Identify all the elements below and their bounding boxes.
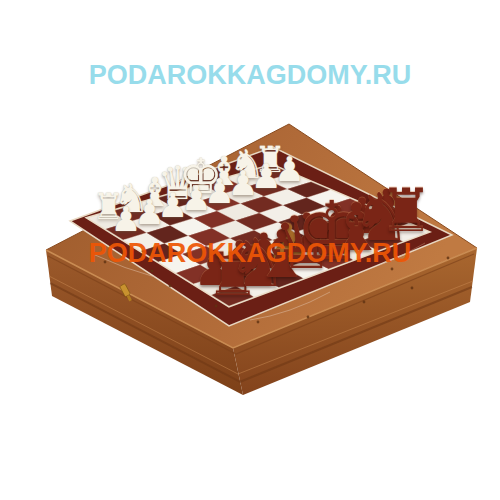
frame-dot — [215, 305, 218, 308]
watermark-middle: PODAROKKAGDOMY.RU — [0, 238, 500, 269]
frame-dot — [151, 270, 154, 273]
frame-dot — [307, 316, 310, 319]
frame-dot — [363, 301, 366, 304]
frame-dot — [411, 287, 414, 290]
frame-dot — [257, 321, 260, 324]
frame-dot — [169, 285, 172, 288]
watermark-top: PODAROKKAGDOMY.RU — [0, 60, 500, 91]
product-photo: ♜♞♝♛♚♝♞♜♟♟♟♟♟♟♟♟♟♟♟♟♟♟♟♟♜♞♝♛♚♝♞♜ PODAROK… — [0, 0, 500, 500]
